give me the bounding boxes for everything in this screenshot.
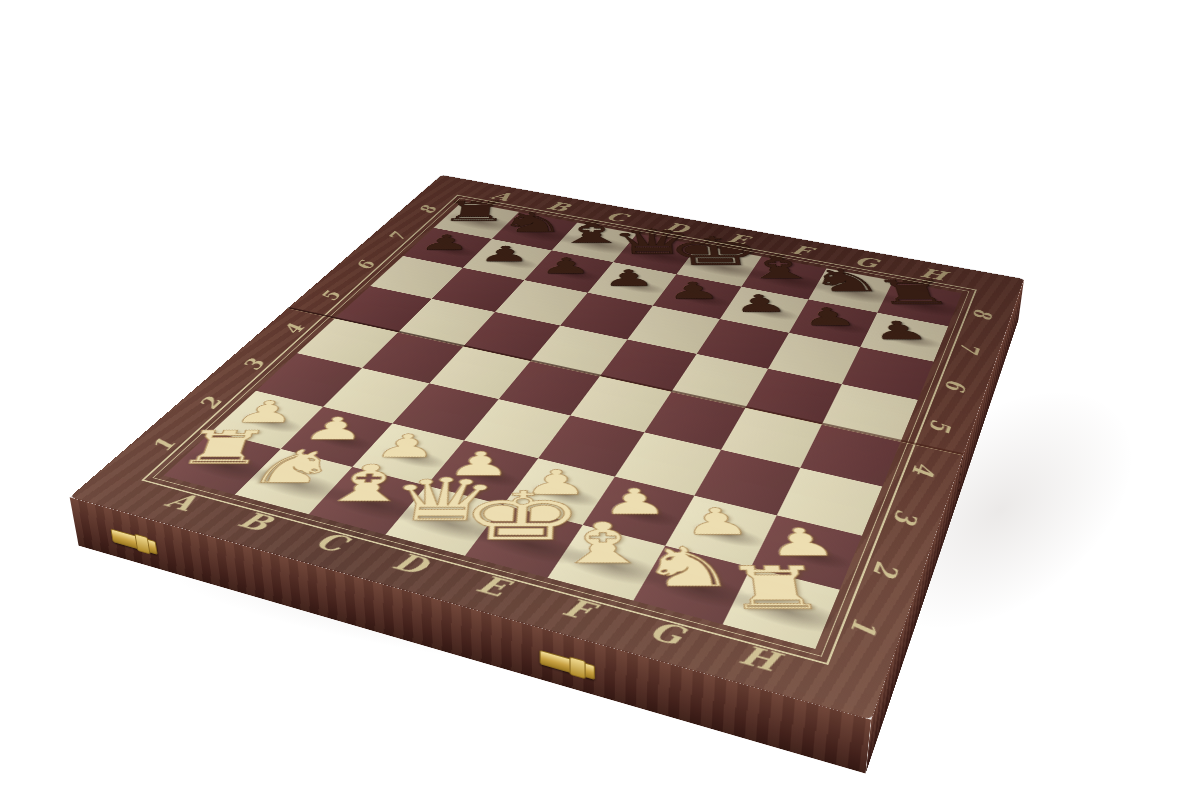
black-pawn-d7[interactable]: ♟	[602, 267, 656, 289]
black-pawn-h7[interactable]: ♟	[867, 318, 932, 343]
chess-board: AABBCCDDEEFFGGHH1122334455667788 ♜♞♝♛♚♝♞…	[70, 175, 1024, 720]
black-pawn-f7[interactable]: ♟	[731, 292, 790, 316]
black-pawn-a7[interactable]: ♟	[418, 232, 473, 253]
black-pawn-e7[interactable]: ♟	[666, 279, 723, 302]
chess-set-photo: AABBCCDDEEFFGGHH1122334455667788 ♜♞♝♛♚♝♞…	[0, 0, 1200, 800]
black-pawn-g7[interactable]: ♟	[798, 305, 860, 330]
black-rook-h8[interactable]: ♜	[869, 276, 959, 309]
perspective-stage: AABBCCDDEEFFGGHH1122334455667788 ♜♞♝♛♚♝♞…	[0, 0, 1200, 800]
black-pawn-b7[interactable]: ♟	[477, 243, 531, 264]
black-pawn-c7[interactable]: ♟	[539, 255, 593, 277]
